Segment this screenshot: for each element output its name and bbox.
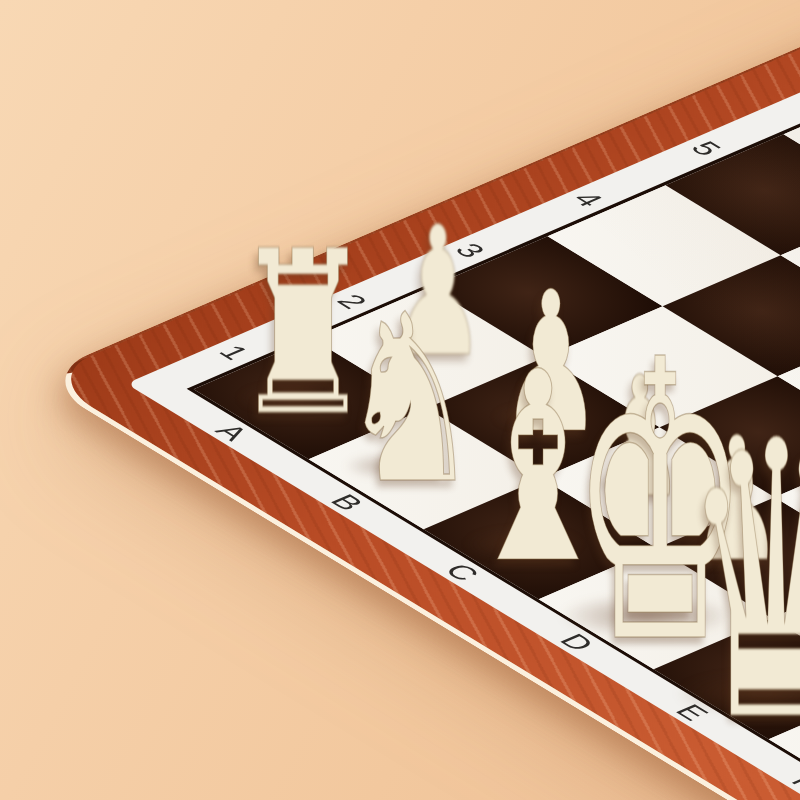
chessboard-shadow-wrapper: 12345678 ABCDEFGH (0, 0, 800, 800)
chessboard: 12345678 ABCDEFGH (34, 0, 800, 800)
board-margin: 12345678 ABCDEFGH (126, 0, 800, 800)
chess-set-product-photo: 12345678 ABCDEFGH ♜♟♞♟♟♝♟♚♛ (0, 0, 800, 800)
